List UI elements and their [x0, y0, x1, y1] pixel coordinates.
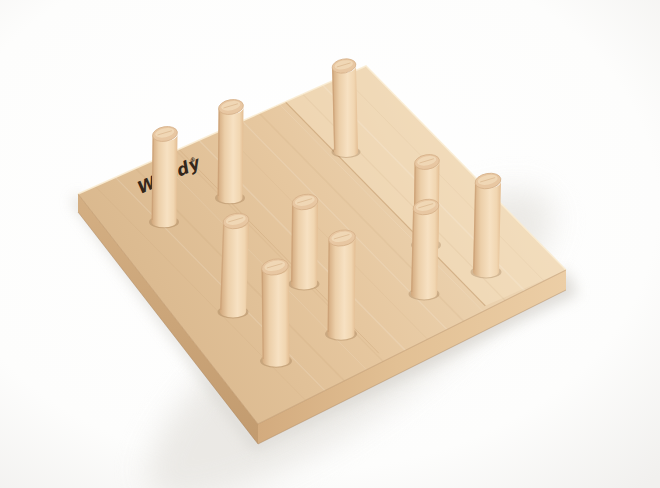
- peg-r4c3[interactable]: [409, 197, 441, 300]
- peg-r1c2[interactable]: [215, 98, 245, 205]
- peg-r1c1[interactable]: [149, 125, 179, 229]
- peg-r1c4[interactable]: [331, 57, 361, 158]
- pegboard-photo: Woody ®: [0, 0, 660, 488]
- peg-r4c1[interactable]: [260, 257, 292, 368]
- pegboard-scene: Woody ®: [0, 0, 660, 488]
- peg-r4c4[interactable]: [471, 171, 503, 278]
- peg-r4c2[interactable]: [325, 228, 357, 341]
- peg-r3c2[interactable]: [289, 192, 320, 290]
